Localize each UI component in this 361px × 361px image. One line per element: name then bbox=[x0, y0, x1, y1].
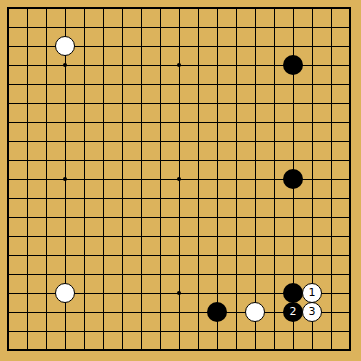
white-stone-d4-cell bbox=[56, 284, 75, 303]
go-board[interactable]: 123 bbox=[0, 0, 361, 361]
white-stone-d17-cell bbox=[56, 37, 75, 56]
move-3-stone-r3[interactable]: 3 bbox=[302, 302, 322, 322]
move-1-stone-r4-cell: 1 bbox=[303, 284, 322, 303]
stones-layer: 123 bbox=[0, 0, 360, 360]
move-2-stone-q3-cell: 2 bbox=[284, 303, 303, 322]
white-stone-d4[interactable] bbox=[55, 283, 75, 303]
black-stone-q16-cell bbox=[284, 56, 303, 75]
white-stone-o3-cell bbox=[246, 303, 265, 322]
white-stone-o3[interactable] bbox=[245, 302, 265, 322]
black-stone-m3[interactable] bbox=[207, 302, 227, 322]
move-1-stone-r4[interactable]: 1 bbox=[302, 283, 322, 303]
black-stone-q16[interactable] bbox=[283, 55, 303, 75]
black-stone-q4[interactable] bbox=[283, 283, 303, 303]
move-2-stone-q3[interactable]: 2 bbox=[283, 302, 303, 322]
move-3-stone-r3-cell: 3 bbox=[303, 303, 322, 322]
black-stone-q10[interactable] bbox=[283, 169, 303, 189]
black-stone-q4-cell bbox=[284, 284, 303, 303]
black-stone-q10-cell bbox=[284, 170, 303, 189]
white-stone-d17[interactable] bbox=[55, 36, 75, 56]
black-stone-m3-cell bbox=[208, 303, 227, 322]
